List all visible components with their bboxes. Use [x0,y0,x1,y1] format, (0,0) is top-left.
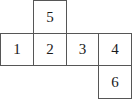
cube-net-board: 5 1 2 3 4 6 [0,0,132,101]
net-cell-2: 2 [33,33,67,66]
net-cell-6: 6 [98,65,132,99]
net-cell-3: 3 [66,33,99,66]
net-cell-4: 4 [98,33,132,66]
net-cell-5: 5 [33,0,67,34]
net-cell-1: 1 [0,33,34,66]
